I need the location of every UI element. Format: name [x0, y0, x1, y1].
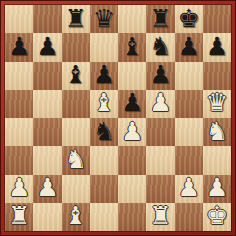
black-bishop-icon: ♝	[64, 62, 86, 87]
black-rook-icon: ♜	[64, 6, 86, 31]
square-e3[interactable]	[118, 146, 146, 174]
square-e2[interactable]	[118, 175, 146, 203]
white-pawn-icon: ♟	[206, 175, 228, 200]
square-g7[interactable]: ♟	[175, 33, 203, 61]
square-d6[interactable]: ♟	[90, 62, 118, 90]
square-c5[interactable]	[62, 90, 90, 118]
square-c2[interactable]	[62, 175, 90, 203]
square-e8[interactable]	[118, 5, 146, 33]
square-a8[interactable]	[5, 5, 33, 33]
square-g1[interactable]	[175, 203, 203, 231]
square-a5[interactable]	[5, 90, 33, 118]
square-f5[interactable]: ♟	[146, 90, 174, 118]
square-e6[interactable]	[118, 62, 146, 90]
square-e4[interactable]: ♟	[118, 118, 146, 146]
square-e1[interactable]	[118, 203, 146, 231]
square-g4[interactable]	[175, 118, 203, 146]
white-rook-icon: ♜	[149, 203, 171, 228]
square-c4[interactable]	[62, 118, 90, 146]
square-d3[interactable]	[90, 146, 118, 174]
white-rook-icon: ♜	[8, 203, 30, 228]
black-pawn-icon: ♟	[8, 34, 30, 59]
square-h2[interactable]: ♟	[203, 175, 231, 203]
square-c1[interactable]: ♝	[62, 203, 90, 231]
square-g5[interactable]	[175, 90, 203, 118]
square-g3[interactable]	[175, 146, 203, 174]
square-a6[interactable]	[5, 62, 33, 90]
white-pawn-icon: ♟	[8, 175, 30, 200]
square-b7[interactable]: ♟	[33, 33, 61, 61]
white-bishop-icon: ♝	[93, 90, 115, 115]
square-h6[interactable]	[203, 62, 231, 90]
square-e7[interactable]: ♝	[118, 33, 146, 61]
black-knight-icon: ♞	[93, 119, 115, 144]
black-pawn-icon: ♟	[121, 90, 143, 115]
black-pawn-icon: ♟	[149, 62, 171, 87]
square-a7[interactable]: ♟	[5, 33, 33, 61]
square-f8[interactable]: ♜	[146, 5, 174, 33]
square-f3[interactable]	[146, 146, 174, 174]
square-d1[interactable]	[90, 203, 118, 231]
chess-board: ♜♛♜♚♟♟♝♞♟♟♝♟♟♝♟♟♛♞♟♞♞♟♟♟♟♜♝♜♚	[5, 5, 231, 231]
square-f2[interactable]	[146, 175, 174, 203]
black-rook-icon: ♜	[149, 6, 171, 31]
square-e5[interactable]: ♟	[118, 90, 146, 118]
white-queen-icon: ♛	[206, 90, 228, 115]
white-knight-icon: ♞	[206, 119, 228, 144]
white-knight-icon: ♞	[64, 147, 86, 172]
white-pawn-icon: ♟	[36, 175, 58, 200]
chess-board-frame: ♜♛♜♚♟♟♝♞♟♟♝♟♟♝♟♟♛♞♟♞♞♟♟♟♟♜♝♜♚	[0, 0, 236, 236]
white-pawn-icon: ♟	[149, 90, 171, 115]
square-h1[interactable]: ♚	[203, 203, 231, 231]
white-bishop-icon: ♝	[64, 203, 86, 228]
square-a4[interactable]	[5, 118, 33, 146]
square-h8[interactable]	[203, 5, 231, 33]
square-c3[interactable]: ♞	[62, 146, 90, 174]
square-h4[interactable]: ♞	[203, 118, 231, 146]
square-b2[interactable]: ♟	[33, 175, 61, 203]
white-king-icon: ♚	[206, 203, 228, 228]
black-knight-icon: ♞	[149, 34, 171, 59]
square-a1[interactable]: ♜	[5, 203, 33, 231]
square-d7[interactable]	[90, 33, 118, 61]
square-d2[interactable]	[90, 175, 118, 203]
square-h7[interactable]: ♟	[203, 33, 231, 61]
black-queen-icon: ♛	[93, 6, 115, 31]
white-pawn-icon: ♟	[121, 119, 143, 144]
black-pawn-icon: ♟	[36, 34, 58, 59]
square-b6[interactable]	[33, 62, 61, 90]
square-f7[interactable]: ♞	[146, 33, 174, 61]
square-g8[interactable]: ♚	[175, 5, 203, 33]
black-pawn-icon: ♟	[93, 62, 115, 87]
square-b3[interactable]	[33, 146, 61, 174]
square-a3[interactable]	[5, 146, 33, 174]
square-d8[interactable]: ♛	[90, 5, 118, 33]
square-h3[interactable]	[203, 146, 231, 174]
square-h5[interactable]: ♛	[203, 90, 231, 118]
square-d4[interactable]: ♞	[90, 118, 118, 146]
square-c7[interactable]	[62, 33, 90, 61]
square-a2[interactable]: ♟	[5, 175, 33, 203]
square-c8[interactable]: ♜	[62, 5, 90, 33]
square-d5[interactable]: ♝	[90, 90, 118, 118]
black-king-icon: ♚	[177, 6, 199, 31]
black-pawn-icon: ♟	[177, 34, 199, 59]
black-pawn-icon: ♟	[206, 34, 228, 59]
square-f1[interactable]: ♜	[146, 203, 174, 231]
square-g2[interactable]: ♟	[175, 175, 203, 203]
square-c6[interactable]: ♝	[62, 62, 90, 90]
white-pawn-icon: ♟	[177, 175, 199, 200]
square-f4[interactable]	[146, 118, 174, 146]
black-bishop-icon: ♝	[121, 34, 143, 59]
square-g6[interactable]	[175, 62, 203, 90]
square-b4[interactable]	[33, 118, 61, 146]
square-b5[interactable]	[33, 90, 61, 118]
square-b1[interactable]	[33, 203, 61, 231]
square-b8[interactable]	[33, 5, 61, 33]
square-f6[interactable]: ♟	[146, 62, 174, 90]
